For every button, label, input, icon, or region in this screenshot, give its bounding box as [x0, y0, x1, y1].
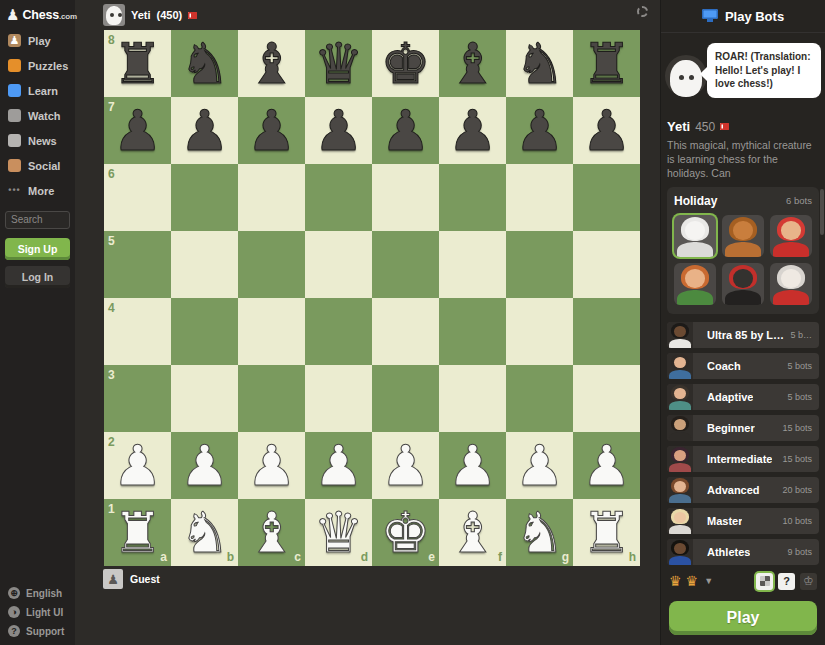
- black-king-e8[interactable]: ♚: [372, 30, 439, 97]
- square-b3[interactable]: [171, 365, 238, 432]
- square-g3[interactable]: [506, 365, 573, 432]
- sidebar-item-watch[interactable]: Watch: [0, 103, 75, 128]
- sidebar-item-label: News: [28, 135, 57, 147]
- crown-icon: ♛: [686, 574, 699, 588]
- bot-category-beginner[interactable]: Beginner15 bots: [667, 415, 819, 441]
- bot-category-master[interactable]: Master10 bots: [667, 508, 819, 534]
- signup-button[interactable]: Sign Up: [5, 238, 70, 260]
- bottom-controls: ♛ ♛ ▼ ? ♔: [661, 568, 825, 594]
- light-ui-icon: ◑: [8, 606, 20, 618]
- white-pawn-g2[interactable]: ♟: [506, 432, 573, 499]
- black-pawn-h7[interactable]: ♟: [573, 97, 640, 164]
- bot-name: Yeti: [667, 119, 690, 134]
- friendly-mode-icon[interactable]: ♔: [800, 573, 817, 590]
- white-pawn-d2[interactable]: ♟: [305, 432, 372, 499]
- category-name: Intermediate: [707, 453, 772, 465]
- sidebar-item-play[interactable]: ♟Play: [0, 28, 75, 53]
- category-name: Adaptive: [707, 391, 753, 403]
- category-avatar: [667, 384, 693, 410]
- watch-icon: [8, 109, 21, 122]
- rank-label: 5: [108, 235, 115, 247]
- sidebar-footer: ⊕English◑Light UI?Support: [0, 587, 75, 645]
- square-a1[interactable]: 1a♜: [104, 499, 171, 566]
- square-d6[interactable]: [305, 164, 372, 231]
- square-g6[interactable]: [506, 164, 573, 231]
- white-pawn-e2[interactable]: ♟: [372, 432, 439, 499]
- guest-avatar[interactable]: ♟: [103, 569, 123, 589]
- bot-category-ultra-85-by-l-[interactable]: Ultra 85 by L…5 b…: [667, 322, 819, 348]
- logo-pawn-icon: ♟: [6, 7, 19, 22]
- category-bot-count: 15 bots: [782, 454, 812, 464]
- square-f3[interactable]: [439, 365, 506, 432]
- square-b2[interactable]: ♟: [171, 432, 238, 499]
- square-g7[interactable]: ♟: [506, 97, 573, 164]
- panel-header: Play Bots: [661, 0, 825, 33]
- sidebar: ♟ Chess.com ♟PlayPuzzlesLearnWatchNewsSo…: [0, 0, 75, 645]
- settings-gear-icon[interactable]: [637, 6, 648, 17]
- sidebar-item-label: Puzzles: [28, 60, 68, 72]
- square-b5[interactable]: [171, 231, 238, 298]
- category-avatar: [667, 322, 693, 348]
- square-f5[interactable]: [439, 231, 506, 298]
- square-c7[interactable]: ♟: [238, 97, 305, 164]
- mode-icons: ? ♔: [756, 573, 817, 590]
- black-knight-b8[interactable]: ♞: [171, 30, 238, 97]
- square-g1[interactable]: g♞: [506, 499, 573, 566]
- top-player-name: Yeti: [131, 9, 151, 21]
- square-f2[interactable]: ♟: [439, 432, 506, 499]
- sidebar-item-more[interactable]: •••More: [0, 178, 75, 203]
- square-a6[interactable]: 6: [104, 164, 171, 231]
- penguin-bot[interactable]: [722, 263, 764, 305]
- assisted-mode-icon[interactable]: [756, 573, 773, 590]
- category-name: Master: [707, 515, 742, 527]
- square-b8[interactable]: ♞: [171, 30, 238, 97]
- square-b1[interactable]: b♞: [171, 499, 238, 566]
- bot-list-scroll[interactable]: Holiday 6 bots Ultra 85 by L…5 b…Coach5 …: [661, 187, 825, 568]
- square-g4[interactable]: [506, 298, 573, 365]
- square-b6[interactable]: [171, 164, 238, 231]
- santa-claus-bot[interactable]: [770, 215, 812, 257]
- bottom-player-name: Guest: [130, 573, 160, 585]
- square-d5[interactable]: [305, 231, 372, 298]
- bot-description: This magical, mythical creature is learn…: [661, 134, 825, 187]
- search-input[interactable]: [5, 211, 70, 229]
- sidebar-item-label: Social: [28, 160, 60, 172]
- square-g5[interactable]: [506, 231, 573, 298]
- sidebar-item-puzzles[interactable]: Puzzles: [0, 53, 75, 78]
- flag-icon: [188, 12, 197, 19]
- square-h5[interactable]: [573, 231, 640, 298]
- square-c8[interactable]: ♝: [238, 30, 305, 97]
- white-king-e1[interactable]: ♚: [372, 499, 439, 566]
- category-name: Ultra 85 by L…: [707, 329, 784, 341]
- sidebar-item-label: Watch: [28, 110, 61, 122]
- square-a3[interactable]: 3: [104, 365, 171, 432]
- category-bot-count: 20 bots: [782, 485, 812, 495]
- yeti-avatar-large[interactable]: [665, 55, 707, 97]
- black-knight-g8[interactable]: ♞: [506, 30, 573, 97]
- square-h3[interactable]: [573, 365, 640, 432]
- holiday-title: Holiday: [674, 194, 717, 208]
- square-h1[interactable]: h♜: [573, 499, 640, 566]
- learn-icon: [8, 84, 21, 97]
- category-bot-count: 10 bots: [782, 516, 812, 526]
- black-pawn-g7[interactable]: ♟: [506, 97, 573, 164]
- white-queen-d1[interactable]: ♛: [305, 499, 372, 566]
- bot-intro: ROAR! (Translation: Hello! Let's play! I…: [661, 43, 825, 111]
- footer-item-support[interactable]: ?Support: [8, 625, 75, 637]
- square-a4[interactable]: 4: [104, 298, 171, 365]
- sidebar-item-label: Play: [28, 35, 51, 47]
- category-name: Athletes: [707, 546, 750, 558]
- play-icon: ♟: [8, 34, 21, 47]
- white-pawn-a2[interactable]: ♟: [104, 432, 171, 499]
- yeti-face: [106, 6, 121, 25]
- square-c6[interactable]: [238, 164, 305, 231]
- square-g2[interactable]: ♟: [506, 432, 573, 499]
- crown-icon: ♛: [669, 574, 682, 588]
- category-avatar: [667, 508, 693, 534]
- news-icon: [8, 134, 21, 147]
- square-c4[interactable]: [238, 298, 305, 365]
- footer-item-english[interactable]: ⊕English: [8, 587, 75, 599]
- black-pawn-e7[interactable]: ♟: [372, 97, 439, 164]
- black-queen-d8[interactable]: ♛: [305, 30, 372, 97]
- square-c5[interactable]: [238, 231, 305, 298]
- square-a5[interactable]: 5: [104, 231, 171, 298]
- square-f8[interactable]: ♝: [439, 30, 506, 97]
- black-pawn-a7[interactable]: ♟: [104, 97, 171, 164]
- santa-beard-bot[interactable]: [770, 263, 812, 305]
- rank-label: 6: [108, 168, 115, 180]
- category-list: Ultra 85 by L…5 b…Coach5 botsAdaptive5 b…: [667, 322, 819, 568]
- square-g8[interactable]: ♞: [506, 30, 573, 97]
- black-rook-a8[interactable]: ♜: [104, 30, 171, 97]
- square-h8[interactable]: ♜: [573, 30, 640, 97]
- square-e4[interactable]: [372, 298, 439, 365]
- square-c2[interactable]: ♟: [238, 432, 305, 499]
- category-avatar: [667, 477, 693, 503]
- footer-item-label: English: [26, 588, 62, 599]
- square-f1[interactable]: f♝: [439, 499, 506, 566]
- square-c1[interactable]: c♝: [238, 499, 305, 566]
- top-player-bar: Yeti (450): [103, 3, 648, 27]
- category-avatar: [667, 446, 693, 472]
- gingerbread-bot[interactable]: [722, 215, 764, 257]
- category-name: Advanced: [707, 484, 760, 496]
- play-bots-panel: Play Bots ROAR! (Translation: Hello! Let…: [660, 0, 825, 645]
- footer-item-light-ui[interactable]: ◑Light UI: [8, 606, 75, 618]
- sidebar-item-learn[interactable]: Learn: [0, 78, 75, 103]
- square-h2[interactable]: ♟: [573, 432, 640, 499]
- holiday-bot-grid: [674, 215, 812, 305]
- black-pawn-b7[interactable]: ♟: [171, 97, 238, 164]
- square-d4[interactable]: [305, 298, 372, 365]
- footer-item-label: Light UI: [26, 607, 63, 618]
- rank-label: 4: [108, 302, 115, 314]
- yeti-bot[interactable]: [674, 215, 716, 257]
- square-f6[interactable]: [439, 164, 506, 231]
- square-d2[interactable]: ♟: [305, 432, 372, 499]
- panel-title: Play Bots: [725, 9, 784, 24]
- search-wrap: [0, 203, 75, 233]
- square-h7[interactable]: ♟: [573, 97, 640, 164]
- black-pawn-c7[interactable]: ♟: [238, 97, 305, 164]
- square-a7[interactable]: 7♟: [104, 97, 171, 164]
- board-area: Yeti (450) 8♜♞♝♛♚♝♞♜7♟♟♟♟♟♟♟♟65432♟♟♟♟♟♟…: [75, 0, 660, 645]
- square-e6[interactable]: [372, 164, 439, 231]
- category-bot-count: 15 bots: [782, 423, 812, 433]
- square-e2[interactable]: ♟: [372, 432, 439, 499]
- category-name: Coach: [707, 360, 741, 372]
- white-pawn-c2[interactable]: ♟: [238, 432, 305, 499]
- sidebar-item-news[interactable]: News: [0, 128, 75, 153]
- sidebar-menu: ♟PlayPuzzlesLearnWatchNewsSocial•••More: [0, 28, 75, 203]
- black-pawn-f7[interactable]: ♟: [439, 97, 506, 164]
- white-knight-b1[interactable]: ♞: [171, 499, 238, 566]
- yeti-eyes: [679, 75, 684, 80]
- square-d1[interactable]: d♛: [305, 499, 372, 566]
- square-b7[interactable]: ♟: [171, 97, 238, 164]
- social-icon: [8, 159, 21, 172]
- square-f4[interactable]: [439, 298, 506, 365]
- speech-bubble: ROAR! (Translation: Hello! Let's play! I…: [707, 43, 821, 98]
- chesscom-logo[interactable]: ♟ Chess.com: [0, 0, 75, 28]
- square-e8[interactable]: ♚: [372, 30, 439, 97]
- bot-category-intermediate[interactable]: Intermediate15 bots: [667, 446, 819, 472]
- square-h6[interactable]: [573, 164, 640, 231]
- category-name: Beginner: [707, 422, 755, 434]
- holiday-category-card: Holiday 6 bots: [667, 187, 819, 314]
- bot-category-adaptive[interactable]: Adaptive5 bots: [667, 384, 819, 410]
- more-icon: •••: [8, 184, 21, 197]
- bottom-player-bar: ♟ Guest: [103, 569, 160, 589]
- black-pawn-d7[interactable]: ♟: [305, 97, 372, 164]
- rank-label: 3: [108, 369, 115, 381]
- white-rook-a1[interactable]: ♜: [104, 499, 171, 566]
- white-pawn-f2[interactable]: ♟: [439, 432, 506, 499]
- square-d7[interactable]: ♟: [305, 97, 372, 164]
- challenge-mode-icon[interactable]: ?: [778, 573, 795, 590]
- computer-icon: [702, 9, 718, 23]
- black-rook-h8[interactable]: ♜: [573, 30, 640, 97]
- bot-category-advanced[interactable]: Advanced20 bots: [667, 477, 819, 503]
- english-icon: ⊕: [8, 587, 20, 599]
- flag-icon: [720, 123, 729, 130]
- category-bot-count: 5 b…: [790, 330, 812, 340]
- white-pawn-h2[interactable]: ♟: [573, 432, 640, 499]
- square-f7[interactable]: ♟: [439, 97, 506, 164]
- category-avatar: [667, 415, 693, 441]
- chess-board[interactable]: 8♜♞♝♛♚♝♞♜7♟♟♟♟♟♟♟♟65432♟♟♟♟♟♟♟♟1a♜b♞c♝d♛…: [104, 30, 640, 566]
- white-knight-g1[interactable]: ♞: [506, 499, 573, 566]
- category-bot-count: 5 bots: [787, 392, 812, 402]
- category-bot-count: 5 bots: [787, 361, 812, 371]
- square-c3[interactable]: [238, 365, 305, 432]
- bot-category-athletes[interactable]: Athletes9 bots: [667, 539, 819, 565]
- support-icon: ?: [8, 625, 20, 637]
- scrollbar-thumb[interactable]: [820, 189, 824, 235]
- square-h4[interactable]: [573, 298, 640, 365]
- bot-rating: 450: [695, 120, 715, 134]
- square-e1[interactable]: e♚: [372, 499, 439, 566]
- sidebar-item-label: Learn: [28, 85, 58, 97]
- footer-item-label: Support: [26, 626, 64, 637]
- yeti-face: [670, 60, 702, 97]
- bot-name-row: Yeti 450: [661, 111, 825, 134]
- chevron-down-icon[interactable]: ▼: [704, 576, 713, 586]
- white-rook-h1[interactable]: ♜: [573, 499, 640, 566]
- square-a2[interactable]: 2♟: [104, 432, 171, 499]
- category-avatar: [667, 353, 693, 379]
- category-avatar: [667, 539, 693, 565]
- square-e7[interactable]: ♟: [372, 97, 439, 164]
- top-player-rating: (450): [157, 9, 183, 21]
- square-d8[interactable]: ♛: [305, 30, 372, 97]
- white-pawn-b2[interactable]: ♟: [171, 432, 238, 499]
- logo-text: Chess.com: [22, 8, 76, 22]
- category-bot-count: 9 bots: [787, 547, 812, 557]
- black-bishop-f8[interactable]: ♝: [439, 30, 506, 97]
- white-bishop-f1[interactable]: ♝: [439, 499, 506, 566]
- yeti-avatar-small[interactable]: [103, 4, 125, 26]
- puzzles-icon: [8, 59, 21, 72]
- sidebar-item-label: More: [28, 185, 54, 197]
- login-button[interactable]: Log In: [5, 266, 70, 288]
- black-bishop-c8[interactable]: ♝: [238, 30, 305, 97]
- square-e3[interactable]: [372, 365, 439, 432]
- elf-bot[interactable]: [674, 263, 716, 305]
- play-button[interactable]: Play: [669, 601, 817, 635]
- sidebar-item-social[interactable]: Social: [0, 153, 75, 178]
- bot-category-coach[interactable]: Coach5 bots: [667, 353, 819, 379]
- holiday-count: 6 bots: [786, 195, 812, 206]
- square-d3[interactable]: [305, 365, 372, 432]
- square-e5[interactable]: [372, 231, 439, 298]
- square-a8[interactable]: 8♜: [104, 30, 171, 97]
- white-bishop-c1[interactable]: ♝: [238, 499, 305, 566]
- square-b4[interactable]: [171, 298, 238, 365]
